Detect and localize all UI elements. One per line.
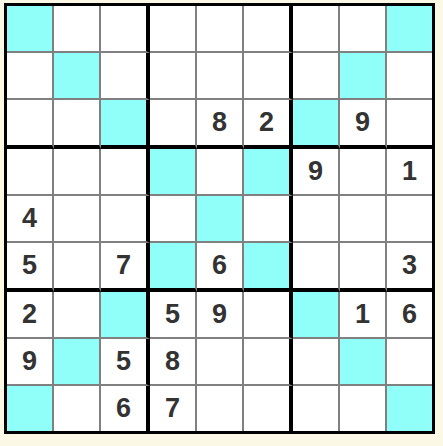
cell-r3c3[interactable] bbox=[150, 149, 197, 196]
cell-r1c5[interactable] bbox=[244, 53, 293, 100]
cell-r7c4[interactable] bbox=[197, 339, 244, 386]
cell-r3c2[interactable] bbox=[101, 149, 150, 196]
cell-r4c8[interactable] bbox=[387, 196, 432, 243]
cell-r3c7[interactable] bbox=[340, 149, 387, 196]
cell-r1c7[interactable] bbox=[340, 53, 387, 100]
cell-r8c3-given: 7 bbox=[150, 386, 197, 431]
cell-r5c0-given: 5 bbox=[7, 243, 54, 292]
cell-r6c7-given: 1 bbox=[340, 292, 387, 339]
cell-r0c5[interactable] bbox=[244, 6, 293, 53]
cell-r8c6[interactable] bbox=[293, 386, 340, 431]
cell-r2c6[interactable] bbox=[293, 100, 340, 149]
cell-r5c4-given: 6 bbox=[197, 243, 244, 292]
cell-r2c0[interactable] bbox=[7, 100, 54, 149]
cell-r6c8-given: 6 bbox=[387, 292, 432, 339]
cell-r8c2-given: 6 bbox=[101, 386, 150, 431]
cell-r1c8[interactable] bbox=[387, 53, 432, 100]
cell-r8c4[interactable] bbox=[197, 386, 244, 431]
cell-r0c1[interactable] bbox=[54, 6, 101, 53]
cell-r7c5[interactable] bbox=[244, 339, 293, 386]
cell-r2c8[interactable] bbox=[387, 100, 432, 149]
cell-r3c0[interactable] bbox=[7, 149, 54, 196]
cell-r0c0[interactable] bbox=[7, 6, 54, 53]
cell-r4c3[interactable] bbox=[150, 196, 197, 243]
cell-r6c1[interactable] bbox=[54, 292, 101, 339]
cell-r6c3-given: 5 bbox=[150, 292, 197, 339]
page: 82991457632591695867 bbox=[0, 0, 439, 438]
cell-r5c6[interactable] bbox=[293, 243, 340, 292]
cell-r6c2[interactable] bbox=[101, 292, 150, 339]
cell-r0c4[interactable] bbox=[197, 6, 244, 53]
cell-r1c4[interactable] bbox=[197, 53, 244, 100]
cell-r1c0[interactable] bbox=[7, 53, 54, 100]
cell-r5c7[interactable] bbox=[340, 243, 387, 292]
cell-r3c5[interactable] bbox=[244, 149, 293, 196]
cell-r5c2-given: 7 bbox=[101, 243, 150, 292]
cell-r2c1[interactable] bbox=[54, 100, 101, 149]
cell-r1c3[interactable] bbox=[150, 53, 197, 100]
cell-r7c6[interactable] bbox=[293, 339, 340, 386]
cell-r0c3[interactable] bbox=[150, 6, 197, 53]
cell-r0c8[interactable] bbox=[387, 6, 432, 53]
cell-r3c8-given: 1 bbox=[387, 149, 432, 196]
cell-r7c1[interactable] bbox=[54, 339, 101, 386]
cell-r0c7[interactable] bbox=[340, 6, 387, 53]
cell-r8c5[interactable] bbox=[244, 386, 293, 431]
cell-r5c1[interactable] bbox=[54, 243, 101, 292]
cell-r3c4[interactable] bbox=[197, 149, 244, 196]
cell-r2c3[interactable] bbox=[150, 100, 197, 149]
cell-r7c8[interactable] bbox=[387, 339, 432, 386]
cell-r2c5-given: 2 bbox=[244, 100, 293, 149]
cell-r8c7[interactable] bbox=[340, 386, 387, 431]
cell-r3c1[interactable] bbox=[54, 149, 101, 196]
cell-r8c1[interactable] bbox=[54, 386, 101, 431]
cell-r7c3-given: 8 bbox=[150, 339, 197, 386]
cell-r2c4-given: 8 bbox=[197, 100, 244, 149]
cell-r3c6-given: 9 bbox=[293, 149, 340, 196]
cell-r8c0[interactable] bbox=[7, 386, 54, 431]
cell-r4c5[interactable] bbox=[244, 196, 293, 243]
cell-r5c5[interactable] bbox=[244, 243, 293, 292]
cell-r0c6[interactable] bbox=[293, 6, 340, 53]
cell-r7c2-given: 5 bbox=[101, 339, 150, 386]
cell-r2c7-given: 9 bbox=[340, 100, 387, 149]
cell-r5c8-given: 3 bbox=[387, 243, 432, 292]
cell-r4c2[interactable] bbox=[101, 196, 150, 243]
cell-r4c4[interactable] bbox=[197, 196, 244, 243]
cell-r8c8[interactable] bbox=[387, 386, 432, 431]
cell-r4c0-given: 4 bbox=[7, 196, 54, 243]
cell-r1c1[interactable] bbox=[54, 53, 101, 100]
cell-r2c2[interactable] bbox=[101, 100, 150, 149]
cell-r1c2[interactable] bbox=[101, 53, 150, 100]
cell-r5c3[interactable] bbox=[150, 243, 197, 292]
cell-r7c0-given: 9 bbox=[7, 339, 54, 386]
cell-r4c7[interactable] bbox=[340, 196, 387, 243]
sudoku-board: 82991457632591695867 bbox=[4, 3, 435, 434]
cell-r6c4-given: 9 bbox=[197, 292, 244, 339]
cell-r4c6[interactable] bbox=[293, 196, 340, 243]
cell-r6c6[interactable] bbox=[293, 292, 340, 339]
cell-r1c6[interactable] bbox=[293, 53, 340, 100]
cell-r0c2[interactable] bbox=[101, 6, 150, 53]
cell-r6c5[interactable] bbox=[244, 292, 293, 339]
cell-r6c0-given: 2 bbox=[7, 292, 54, 339]
cell-r4c1[interactable] bbox=[54, 196, 101, 243]
cell-r7c7[interactable] bbox=[340, 339, 387, 386]
